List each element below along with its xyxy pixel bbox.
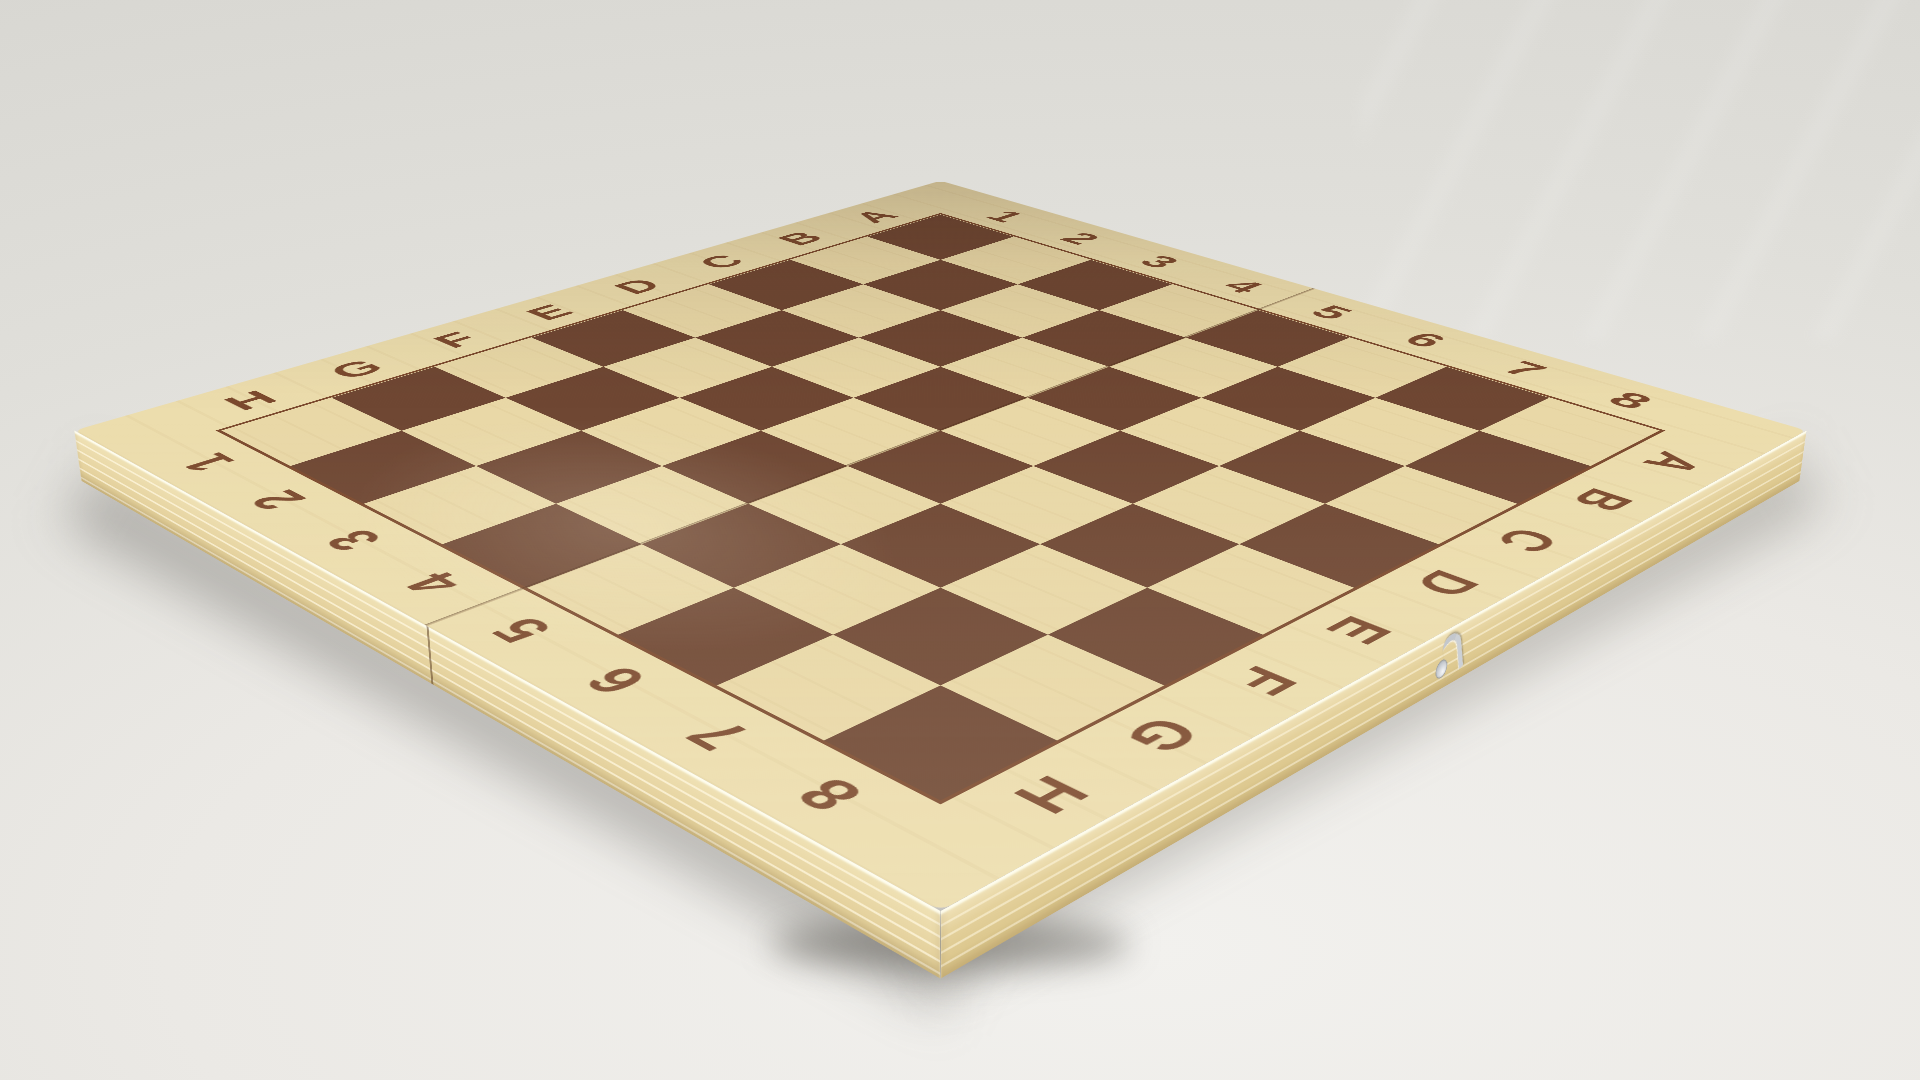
square-f8 bbox=[1048, 587, 1263, 685]
rank-label-6-far: 6 bbox=[1396, 329, 1455, 351]
square-d8 bbox=[1239, 503, 1438, 587]
file-label-e-near: E bbox=[1315, 611, 1405, 650]
file-label-a-far: A bbox=[846, 207, 906, 225]
rank-label-8-near: 8 bbox=[783, 771, 876, 818]
square-h4 bbox=[443, 503, 642, 587]
rank-label-7-near: 7 bbox=[673, 714, 763, 757]
square-f5 bbox=[748, 466, 940, 544]
square-e6 bbox=[941, 466, 1133, 544]
file-label-b-near: B bbox=[1561, 484, 1645, 517]
square-g6 bbox=[734, 544, 941, 634]
square-f7 bbox=[941, 544, 1148, 634]
square-h3 bbox=[364, 466, 556, 544]
square-h6 bbox=[618, 587, 833, 685]
rank-label-5-far: 5 bbox=[1302, 302, 1360, 322]
square-b8 bbox=[1405, 431, 1591, 504]
square-f4 bbox=[662, 431, 848, 504]
file-label-b-far: B bbox=[770, 229, 831, 248]
square-d6 bbox=[1033, 431, 1219, 504]
square-g7 bbox=[833, 587, 1048, 685]
file-label-c-far: C bbox=[690, 252, 752, 272]
square-h8 bbox=[824, 685, 1057, 800]
photo-backdrop: 1234567812345678ABCDEFGHABCDEFGH bbox=[0, 0, 1920, 1080]
square-g3 bbox=[476, 431, 662, 504]
rank-label-4-near: 4 bbox=[393, 567, 475, 601]
square-g8 bbox=[941, 634, 1165, 740]
file-label-d-far: D bbox=[606, 276, 670, 297]
square-c7 bbox=[1219, 431, 1405, 504]
file-label-h-near: H bbox=[1000, 769, 1103, 821]
file-label-d-near: D bbox=[1402, 565, 1491, 603]
file-label-a-near: A bbox=[1633, 448, 1714, 478]
rank-label-2-far: 2 bbox=[1053, 230, 1108, 247]
square-h5 bbox=[527, 544, 734, 634]
file-label-f-near: F bbox=[1220, 660, 1310, 701]
square-e5 bbox=[848, 431, 1034, 504]
file-label-e-far: E bbox=[518, 302, 581, 324]
file-label-g-near: G bbox=[1112, 711, 1214, 760]
light-flare bbox=[1360, 0, 1920, 340]
square-g5 bbox=[642, 503, 841, 587]
rank-label-7-far: 7 bbox=[1494, 358, 1554, 381]
rank-label-3-near: 3 bbox=[313, 525, 393, 557]
rank-label-8-far: 8 bbox=[1600, 388, 1661, 412]
rank-label-1-far: 1 bbox=[979, 208, 1033, 224]
square-h2 bbox=[291, 431, 477, 504]
rank-label-6-near: 6 bbox=[572, 661, 659, 701]
fold-seam-side bbox=[426, 626, 433, 685]
rank-label-2-near: 2 bbox=[239, 486, 317, 515]
file-label-c-near: C bbox=[1485, 523, 1571, 558]
clasp-hook-icon bbox=[1443, 626, 1464, 681]
square-g4 bbox=[556, 466, 748, 544]
rank-label-4-far: 4 bbox=[1215, 277, 1272, 296]
square-f6 bbox=[841, 503, 1040, 587]
square-e8 bbox=[1147, 544, 1354, 634]
rank-label-3-far: 3 bbox=[1132, 253, 1188, 271]
file-label-f-far: F bbox=[425, 329, 487, 351]
square-c8 bbox=[1325, 466, 1517, 544]
file-label-g-far: G bbox=[321, 356, 392, 382]
rank-label-5-near: 5 bbox=[479, 612, 564, 649]
rank-label-1-near: 1 bbox=[170, 449, 246, 477]
file-label-h-far: H bbox=[215, 387, 285, 414]
square-e7 bbox=[1040, 503, 1239, 587]
square-h7 bbox=[717, 634, 941, 740]
square-d7 bbox=[1133, 466, 1325, 544]
